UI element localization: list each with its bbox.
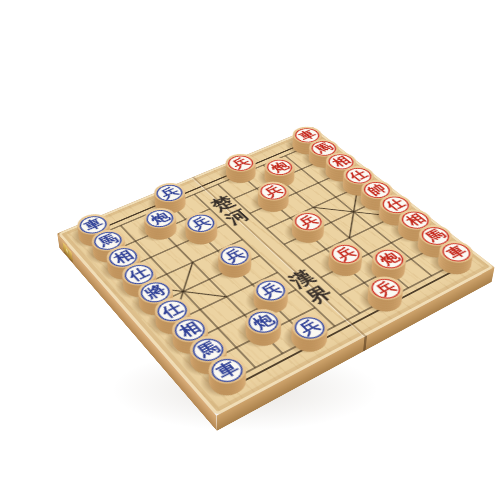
piece-glyph: 兵 [222,247,248,264]
piece-glyph: 相 [176,319,204,339]
piece-glyph: 車 [443,243,469,260]
piece-glyph: 兵 [333,245,359,262]
piece-glyph: 兵 [372,279,399,297]
pieces-layer: 車馬相仕帥仕相馬車炮炮兵兵兵兵兵兵兵兵兵兵炮炮車馬相仕將仕相馬車 [57,127,494,416]
xiangqi-board: 楚 河 漢 界 車馬相仕帥仕相馬車炮炮兵兵兵兵兵兵兵兵兵兵炮炮車馬相仕將仕相馬車 [57,127,494,416]
piece-glyph: 炮 [148,210,172,226]
piece-red-chariot[interactable]: 車 [431,249,477,279]
piece-glyph: 相 [329,154,352,168]
piece-red-soldier[interactable]: 兵 [220,162,261,187]
piece-glyph: 兵 [257,281,284,299]
piece-glyph: 帥 [365,182,389,197]
piece-glyph: 兵 [158,185,182,200]
piece-red-soldier[interactable]: 兵 [252,190,294,217]
fold-seam-right [363,335,367,351]
piece-glyph: 馬 [423,227,449,243]
piece-blue-cannon[interactable]: 炮 [139,216,182,244]
piece-glyph: 炮 [268,160,291,174]
piece-red-soldier[interactable]: 兵 [361,284,409,317]
piece-glyph: 兵 [189,215,214,231]
piece-red-soldier[interactable]: 兵 [322,251,368,281]
piece-glyph: 仕 [383,197,408,212]
piece-glyph: 兵 [296,318,324,338]
piece-blue-cannon[interactable]: 炮 [239,317,288,352]
piece-glyph: 兵 [296,213,321,229]
product-photo-stage: 楚 河 漢 界 車馬相仕帥仕相馬車炮炮兵兵兵兵兵兵兵兵兵兵炮炮車馬相仕將仕相馬車 [0,0,500,500]
piece-glyph: 車 [213,359,242,380]
piece-glyph: 相 [403,212,428,228]
piece-glyph: 兵 [229,156,252,170]
scene-3d: 楚 河 漢 界 車馬相仕帥仕相馬車炮炮兵兵兵兵兵兵兵兵兵兵炮炮車馬相仕將仕相馬車 [0,0,500,500]
piece-glyph: 仕 [159,301,186,320]
piece-glyph: 仕 [347,168,371,182]
piece-glyph: 兵 [261,184,285,199]
piece-glyph: 馬 [194,339,222,360]
piece-blue-soldier[interactable]: 兵 [180,221,224,249]
piece-blue-soldier[interactable]: 兵 [212,252,257,283]
piece-glyph: 炮 [250,312,278,332]
piece-glyph: 炮 [376,250,402,267]
piece-blue-chariot[interactable]: 車 [202,363,253,401]
piece-red-soldier[interactable]: 兵 [286,219,330,247]
piece-blue-soldier[interactable]: 兵 [285,322,334,357]
